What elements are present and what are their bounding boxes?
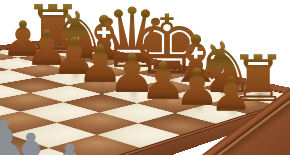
- wood-brass-pawn: ♟: [209, 70, 252, 118]
- chess-set-photo: ♜♞♝♛♚♝♞♜♟♟♟♟♟♟♟♟♟♟♟♟: [0, 0, 290, 155]
- chrome-silver-pawn: ♟: [44, 137, 96, 155]
- pieces-layer: ♜♞♝♛♚♝♞♜♟♟♟♟♟♟♟♟♟♟♟♟: [0, 0, 290, 155]
- chrome-silver-pawn: ♟: [0, 147, 45, 155]
